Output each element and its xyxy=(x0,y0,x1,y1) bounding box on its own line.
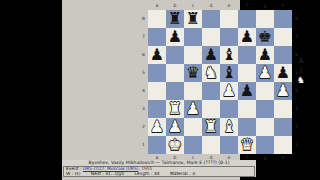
square-c7 xyxy=(184,28,202,46)
white-knight-icon: ♞ xyxy=(296,75,306,85)
rank-label-3: 3 xyxy=(293,100,300,118)
file-label-h: h xyxy=(274,154,292,161)
square-b8: ♜ xyxy=(166,10,184,28)
square-a5 xyxy=(148,64,166,82)
black-king-g7: ♚ xyxy=(256,28,274,46)
square-e2: ♝ xyxy=(220,118,238,136)
square-e8 xyxy=(220,10,238,28)
square-e3 xyxy=(220,100,238,118)
square-g8 xyxy=(256,10,274,28)
black-pawn-f4: ♟ xyxy=(238,82,256,100)
diagram-area: abcdefgh 87654321 ♜♜♟♟♚♟♟♝♟♛♞♝♟♟♟♟♟♜♟♟♟♜… xyxy=(62,0,240,180)
square-b4 xyxy=(166,82,184,100)
rank-label-6: 6 xyxy=(140,46,147,64)
square-h7 xyxy=(274,28,292,46)
length-label: Length : xyxy=(134,171,152,176)
square-f7: ♟ xyxy=(238,28,256,46)
square-e4: ♟ xyxy=(220,82,238,100)
square-h6 xyxy=(274,46,292,64)
square-d8 xyxy=(202,10,220,28)
square-d2: ♜ xyxy=(202,118,220,136)
square-h3 xyxy=(274,100,292,118)
white-knight-d5: ♞ xyxy=(202,64,220,82)
square-f1: ♛ xyxy=(238,136,256,154)
file-label-e: e xyxy=(220,2,238,9)
file-label-f: f xyxy=(238,2,256,9)
rank-label-4: 4 xyxy=(140,82,147,100)
square-d6: ♟ xyxy=(202,46,220,64)
square-d5: ♞ xyxy=(202,64,220,82)
file-label-b: b xyxy=(166,2,184,9)
square-c1 xyxy=(184,136,202,154)
square-g4 xyxy=(256,82,274,100)
material-label: Material : xyxy=(170,171,191,176)
rank-label-8: 8 xyxy=(140,10,147,28)
rank-label-8: 8 xyxy=(293,10,300,28)
square-g5: ♟ xyxy=(256,64,274,82)
square-d3 xyxy=(202,100,220,118)
black-pawn-f7: ♟ xyxy=(238,28,256,46)
video-frame: abcdefgh 87654321 ♜♜♟♟♚♟♟♝♟♛♞♝♟♟♟♟♟♜♟♟♟♜… xyxy=(0,0,320,180)
square-c4 xyxy=(184,82,202,100)
rank-label-1: 1 xyxy=(293,136,300,154)
square-h5: ♟ xyxy=(274,64,292,82)
square-a4 xyxy=(148,82,166,100)
file-label-c: c xyxy=(184,2,202,9)
square-d4 xyxy=(202,82,220,100)
black-bishop-e5: ♝ xyxy=(220,64,238,82)
square-e7 xyxy=(220,28,238,46)
stats-row: W : (s) Next : 31...Qg5 Length : 44 Mate… xyxy=(66,172,252,177)
square-c8: ♜ xyxy=(184,10,202,28)
file-label-g: g xyxy=(256,154,274,161)
square-h4: ♟ xyxy=(274,82,292,100)
white-rook-d2: ♜ xyxy=(202,118,220,136)
square-g2 xyxy=(256,118,274,136)
white-pawn-g5: ♟ xyxy=(256,64,274,82)
square-a1 xyxy=(148,136,166,154)
square-h2 xyxy=(274,118,292,136)
black-pawn-g6: ♟ xyxy=(256,46,274,64)
black-pawn-icon: ♟ xyxy=(296,55,306,65)
square-b3: ♜ xyxy=(166,100,184,118)
square-c6 xyxy=(184,46,202,64)
file-label-h: h xyxy=(274,2,292,9)
material-value: ∓ xyxy=(192,171,196,176)
square-e5: ♝ xyxy=(220,64,238,82)
length-value: 44 xyxy=(154,171,160,176)
black-pawn-d6: ♟ xyxy=(202,46,220,64)
square-f8 xyxy=(238,10,256,28)
square-b1: ♚ xyxy=(166,136,184,154)
black-pawn-h5: ♟ xyxy=(274,64,292,82)
square-a8 xyxy=(148,10,166,28)
black-rook-b8: ♜ xyxy=(166,10,184,28)
black-bishop-icon: ♝ xyxy=(296,65,306,75)
next-move-value: 31...Qg5 xyxy=(105,171,124,176)
square-c5: ♛ xyxy=(184,64,202,82)
square-g3 xyxy=(256,100,274,118)
square-g1 xyxy=(256,136,274,154)
material-indicator: ♟♝♞ xyxy=(296,55,306,85)
caption-details-box: Event : URS-ch22, Moscow (URS), 1955 W :… xyxy=(63,166,255,177)
square-h8 xyxy=(274,10,292,28)
black-queen-c5: ♛ xyxy=(184,64,202,82)
square-a7 xyxy=(148,28,166,46)
w-label: W : xyxy=(66,171,73,176)
square-e6: ♝ xyxy=(220,46,238,64)
white-queen-f1: ♛ xyxy=(238,136,256,154)
file-label-g: g xyxy=(256,2,274,9)
black-pawn-b7: ♟ xyxy=(166,28,184,46)
square-a3 xyxy=(148,100,166,118)
square-b7: ♟ xyxy=(166,28,184,46)
black-rook-c8: ♜ xyxy=(184,10,202,28)
black-bishop-e6: ♝ xyxy=(220,46,238,64)
chess-board: ♜♜♟♟♚♟♟♝♟♛♞♝♟♟♟♟♟♜♟♟♟♜♝♚♛ xyxy=(148,10,292,154)
file-labels-top: abcdefgh xyxy=(148,2,292,9)
square-b5 xyxy=(166,64,184,82)
square-c3: ♟ xyxy=(184,100,202,118)
square-h1 xyxy=(274,136,292,154)
next-move-label: Next : xyxy=(91,171,104,176)
square-b6 xyxy=(166,46,184,64)
square-g6: ♟ xyxy=(256,46,274,64)
rank-label-7: 7 xyxy=(140,28,147,46)
rank-labels-left: 87654321 xyxy=(140,10,147,154)
square-f6 xyxy=(238,46,256,64)
white-pawn-e4: ♟ xyxy=(220,82,238,100)
rank-label-1: 1 xyxy=(140,136,147,154)
white-pawn-a2: ♟ xyxy=(148,118,166,136)
square-f4: ♟ xyxy=(238,82,256,100)
square-f5 xyxy=(238,64,256,82)
square-b2: ♟ xyxy=(166,118,184,136)
file-label-d: d xyxy=(202,2,220,9)
square-e1 xyxy=(220,136,238,154)
rank-label-5: 5 xyxy=(140,64,147,82)
square-d1 xyxy=(202,136,220,154)
square-a2: ♟ xyxy=(148,118,166,136)
white-pawn-b2: ♟ xyxy=(166,118,184,136)
white-pawn-c3: ♟ xyxy=(184,100,202,118)
black-pawn-a6: ♟ xyxy=(148,46,166,64)
rank-label-3: 3 xyxy=(140,100,147,118)
white-pawn-h4: ♟ xyxy=(274,82,292,100)
white-bishop-e2: ♝ xyxy=(220,118,238,136)
rank-label-2: 2 xyxy=(140,118,147,136)
rank-label-7: 7 xyxy=(293,28,300,46)
square-c2 xyxy=(184,118,202,136)
square-g7: ♚ xyxy=(256,28,274,46)
square-d7 xyxy=(202,28,220,46)
square-f2 xyxy=(238,118,256,136)
w-value: (s) xyxy=(75,171,81,176)
white-king-b1: ♚ xyxy=(166,136,184,154)
game-caption: Byvshev, Vasily Mikhailovich — Taimanov,… xyxy=(62,160,256,177)
square-a6: ♟ xyxy=(148,46,166,64)
square-f3 xyxy=(238,100,256,118)
file-label-a: a xyxy=(148,2,166,9)
rank-label-2: 2 xyxy=(293,118,300,136)
white-rook-b3: ♜ xyxy=(166,100,184,118)
